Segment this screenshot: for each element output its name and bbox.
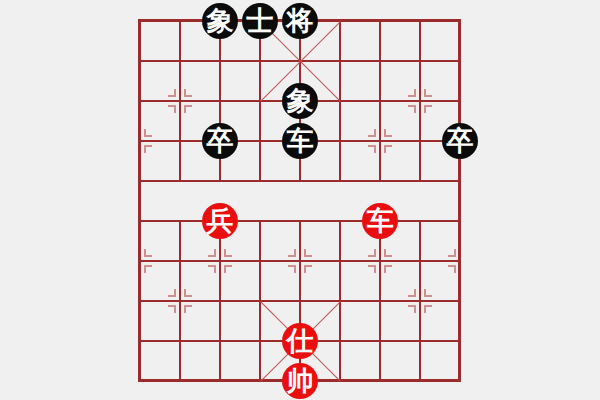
point-marker: [408, 305, 416, 307]
point-marker: [304, 265, 312, 267]
point-marker: [144, 265, 152, 267]
point-marker: [168, 95, 176, 97]
piece-red-general[interactable]: 帅: [282, 363, 318, 399]
point-marker: [384, 265, 392, 267]
point-marker: [288, 265, 296, 267]
point-marker: [168, 295, 176, 297]
point-marker: [424, 305, 432, 307]
point-marker: [288, 255, 296, 257]
piece-red-soldier[interactable]: 兵: [202, 203, 238, 239]
point-marker: [144, 145, 152, 147]
point-marker: [384, 145, 392, 147]
screenshot-root: 象士将象卒车卒兵车仕帅: [0, 0, 600, 400]
point-marker: [168, 305, 176, 307]
piece-black-advisor[interactable]: 士: [242, 3, 278, 39]
point-marker: [424, 295, 432, 297]
grid-vline: [179, 21, 181, 181]
grid-vline: [219, 221, 221, 381]
point-marker: [184, 295, 192, 297]
point-marker: [408, 95, 416, 97]
piece-black-chariot[interactable]: 车: [282, 123, 318, 159]
point-marker: [448, 265, 456, 267]
piece-black-soldier[interactable]: 卒: [442, 123, 478, 159]
grid-vline: [379, 21, 381, 181]
grid-vline: [419, 221, 421, 381]
piece-black-soldier[interactable]: 卒: [202, 123, 238, 159]
point-marker: [224, 265, 232, 267]
point-marker: [184, 305, 192, 307]
point-marker: [424, 95, 432, 97]
point-marker: [368, 265, 376, 267]
point-marker: [304, 255, 312, 257]
grid-vline: [379, 221, 381, 381]
point-marker: [384, 255, 392, 257]
grid-vline: [179, 221, 181, 381]
point-marker: [208, 265, 216, 267]
point-marker: [144, 255, 152, 257]
piece-black-elephant[interactable]: 象: [282, 83, 318, 119]
point-marker: [208, 255, 216, 257]
point-marker: [144, 135, 152, 137]
point-marker: [368, 255, 376, 257]
point-marker: [424, 105, 432, 107]
piece-black-elephant[interactable]: 象: [202, 3, 238, 39]
point-marker: [224, 255, 232, 257]
piece-red-chariot[interactable]: 车: [362, 203, 398, 239]
point-marker: [368, 145, 376, 147]
point-marker: [408, 295, 416, 297]
point-marker: [448, 255, 456, 257]
point-marker: [408, 105, 416, 107]
grid-vline: [419, 21, 421, 181]
piece-red-advisor[interactable]: 仕: [282, 323, 318, 359]
point-marker: [368, 135, 376, 137]
point-marker: [184, 105, 192, 107]
piece-black-general[interactable]: 将: [282, 3, 318, 39]
point-marker: [384, 135, 392, 137]
point-marker: [168, 105, 176, 107]
point-marker: [184, 95, 192, 97]
xiangqi-board: 象士将象卒车卒兵车仕帅: [0, 0, 600, 400]
